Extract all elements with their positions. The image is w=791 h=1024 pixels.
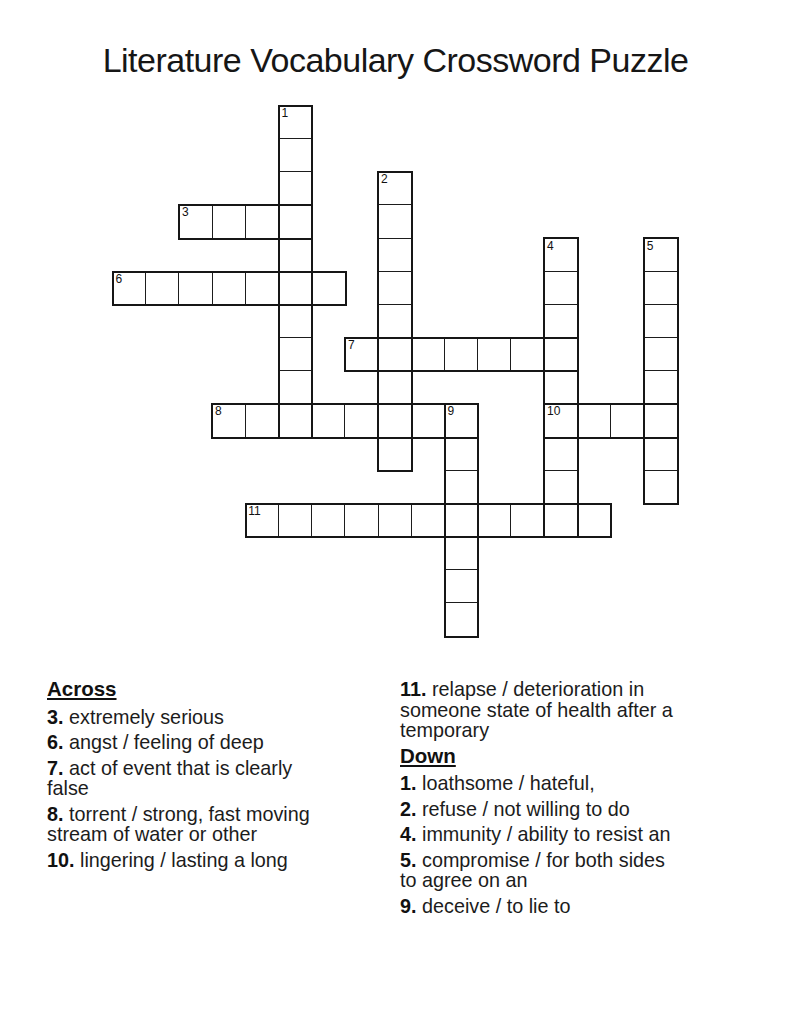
cell-r5c16[interactable] xyxy=(644,272,677,305)
cell-r7c9[interactable] xyxy=(412,338,445,371)
cell-r9c3[interactable]: 8 xyxy=(213,404,246,437)
cell-r5c6[interactable] xyxy=(312,272,345,305)
cell-r2c5[interactable] xyxy=(279,172,312,205)
cell-number-7: 7 xyxy=(348,339,355,351)
clue-number-label: 7. xyxy=(47,757,64,779)
cell-r1c5[interactable] xyxy=(279,139,312,172)
clue-9: 9. deceive / to lie to xyxy=(400,896,760,917)
cell-r8c5[interactable] xyxy=(279,371,312,404)
clue-number-label: 2. xyxy=(400,798,417,820)
clue-number-label: 4. xyxy=(400,823,417,845)
cell-number-9: 9 xyxy=(448,405,455,417)
cell-r3c2[interactable]: 3 xyxy=(179,205,212,238)
cell-r7c10[interactable] xyxy=(445,338,478,371)
clue-8: 8. torrent / strong, fast movingstream o… xyxy=(47,804,392,845)
cell-r12c8[interactable] xyxy=(379,504,412,537)
cell-r4c13[interactable]: 4 xyxy=(545,239,578,272)
cell-r9c4[interactable] xyxy=(246,404,279,437)
cell-r12c4[interactable]: 11 xyxy=(246,504,279,537)
cell-number-1: 1 xyxy=(282,107,289,119)
cell-number-8: 8 xyxy=(215,405,222,417)
cell-r13c10[interactable] xyxy=(445,537,478,570)
cell-r9c5[interactable] xyxy=(279,404,312,437)
cell-r0c5[interactable]: 1 xyxy=(279,106,312,139)
cell-r8c13[interactable] xyxy=(545,371,578,404)
cell-r15c10[interactable] xyxy=(445,603,478,636)
clue-10: 10. lingering / lasting a long xyxy=(47,850,392,871)
cell-r12c13[interactable] xyxy=(545,504,578,537)
cell-r5c2[interactable] xyxy=(179,272,212,305)
cell-number-6: 6 xyxy=(116,273,123,285)
cell-r7c16[interactable] xyxy=(644,338,677,371)
cell-r3c8[interactable] xyxy=(379,205,412,238)
cell-r12c6[interactable] xyxy=(312,504,345,537)
clue-number-label: 9. xyxy=(400,895,417,917)
clue-11: 11. relapse / deterioration insomeone st… xyxy=(400,679,760,741)
across-header: Across xyxy=(47,679,392,700)
cell-r11c10[interactable] xyxy=(445,471,478,504)
cell-r5c1[interactable] xyxy=(146,272,179,305)
cell-r7c8[interactable] xyxy=(379,338,412,371)
cell-r6c16[interactable] xyxy=(644,305,677,338)
clue-1: 1. loathsome / hateful, xyxy=(400,773,760,794)
cell-r9c6[interactable] xyxy=(312,404,345,437)
cell-r3c5[interactable] xyxy=(279,205,312,238)
clue-number-label: 6. xyxy=(47,731,64,753)
cell-r9c9[interactable] xyxy=(412,404,445,437)
cell-r9c14[interactable] xyxy=(578,404,611,437)
clues-left-column: Across3. extremely serious6. angst / fee… xyxy=(47,679,392,875)
cell-number-2: 2 xyxy=(381,173,388,185)
cell-r12c11[interactable] xyxy=(478,504,511,537)
cell-r7c11[interactable] xyxy=(478,338,511,371)
cell-r11c13[interactable] xyxy=(545,471,578,504)
cell-r10c13[interactable] xyxy=(545,438,578,471)
cell-r12c10[interactable] xyxy=(445,504,478,537)
cell-r5c8[interactable] xyxy=(379,272,412,305)
cell-r3c3[interactable] xyxy=(213,205,246,238)
cell-r12c12[interactable] xyxy=(511,504,544,537)
cell-r5c13[interactable] xyxy=(545,272,578,305)
cell-number-5: 5 xyxy=(647,240,654,252)
clue-7: 7. act of event that is clearlyfalse xyxy=(47,758,392,799)
cell-number-4: 4 xyxy=(547,240,554,252)
cell-r5c5[interactable] xyxy=(279,272,312,305)
cell-r12c7[interactable] xyxy=(345,504,378,537)
cell-r12c14[interactable] xyxy=(578,504,611,537)
clue-number-label: 11. xyxy=(400,678,426,700)
cell-r10c8[interactable] xyxy=(379,438,412,471)
clue-4: 4. immunity / ability to resist an xyxy=(400,824,760,845)
cell-r5c3[interactable] xyxy=(213,272,246,305)
cell-r2c8[interactable]: 2 xyxy=(379,172,412,205)
cell-number-3: 3 xyxy=(182,206,189,218)
crossword-grid: 1234567891011 xyxy=(113,106,678,637)
cell-r7c5[interactable] xyxy=(279,338,312,371)
clue-number-label: 1. xyxy=(400,772,417,794)
clues-right-column: 11. relapse / deterioration insomeone st… xyxy=(400,679,760,921)
cell-r8c8[interactable] xyxy=(379,371,412,404)
cell-r12c9[interactable] xyxy=(412,504,445,537)
cell-r7c13[interactable] xyxy=(545,338,578,371)
cell-r4c8[interactable] xyxy=(379,239,412,272)
cell-r11c16[interactable] xyxy=(644,471,677,504)
clue-number-label: 5. xyxy=(400,849,417,871)
cell-number-10: 10 xyxy=(547,405,560,417)
cell-number-11: 11 xyxy=(248,505,260,517)
cell-r9c10[interactable]: 9 xyxy=(445,404,478,437)
cell-r5c4[interactable] xyxy=(246,272,279,305)
cell-r9c16[interactable] xyxy=(644,404,677,437)
cell-r6c13[interactable] xyxy=(545,305,578,338)
cell-r9c13[interactable]: 10 xyxy=(545,404,578,437)
down-header: Down xyxy=(400,746,760,767)
cell-r4c5[interactable] xyxy=(279,239,312,272)
cell-r5c0[interactable]: 6 xyxy=(113,272,146,305)
page-title: Literature Vocabulary Crossword Puzzle xyxy=(0,41,791,80)
cell-r6c8[interactable] xyxy=(379,305,412,338)
cell-r10c16[interactable] xyxy=(644,438,677,471)
cell-r7c7[interactable]: 7 xyxy=(345,338,378,371)
cell-r3c4[interactable] xyxy=(246,205,279,238)
clue-2: 2. refuse / not willing to do xyxy=(400,799,760,820)
cell-r9c8[interactable] xyxy=(379,404,412,437)
clue-5: 5. compromise / for both sidesto agree o… xyxy=(400,850,760,891)
cell-r14c10[interactable] xyxy=(445,570,478,603)
cell-r7c12[interactable] xyxy=(511,338,544,371)
clue-3: 3. extremely serious xyxy=(47,707,392,728)
clue-number-label: 3. xyxy=(47,706,64,728)
cell-r6c5[interactable] xyxy=(279,305,312,338)
cell-r4c16[interactable]: 5 xyxy=(644,239,677,272)
clue-number-label: 8. xyxy=(47,803,64,825)
cell-r9c7[interactable] xyxy=(345,404,378,437)
cell-r8c16[interactable] xyxy=(644,371,677,404)
clue-number-label: 10. xyxy=(47,849,75,871)
cell-r10c10[interactable] xyxy=(445,438,478,471)
cell-r9c15[interactable] xyxy=(611,404,644,437)
clue-6: 6. angst / feeling of deep xyxy=(47,732,392,753)
cell-r12c5[interactable] xyxy=(279,504,312,537)
page: Literature Vocabulary Crossword Puzzle 1… xyxy=(0,0,791,1024)
